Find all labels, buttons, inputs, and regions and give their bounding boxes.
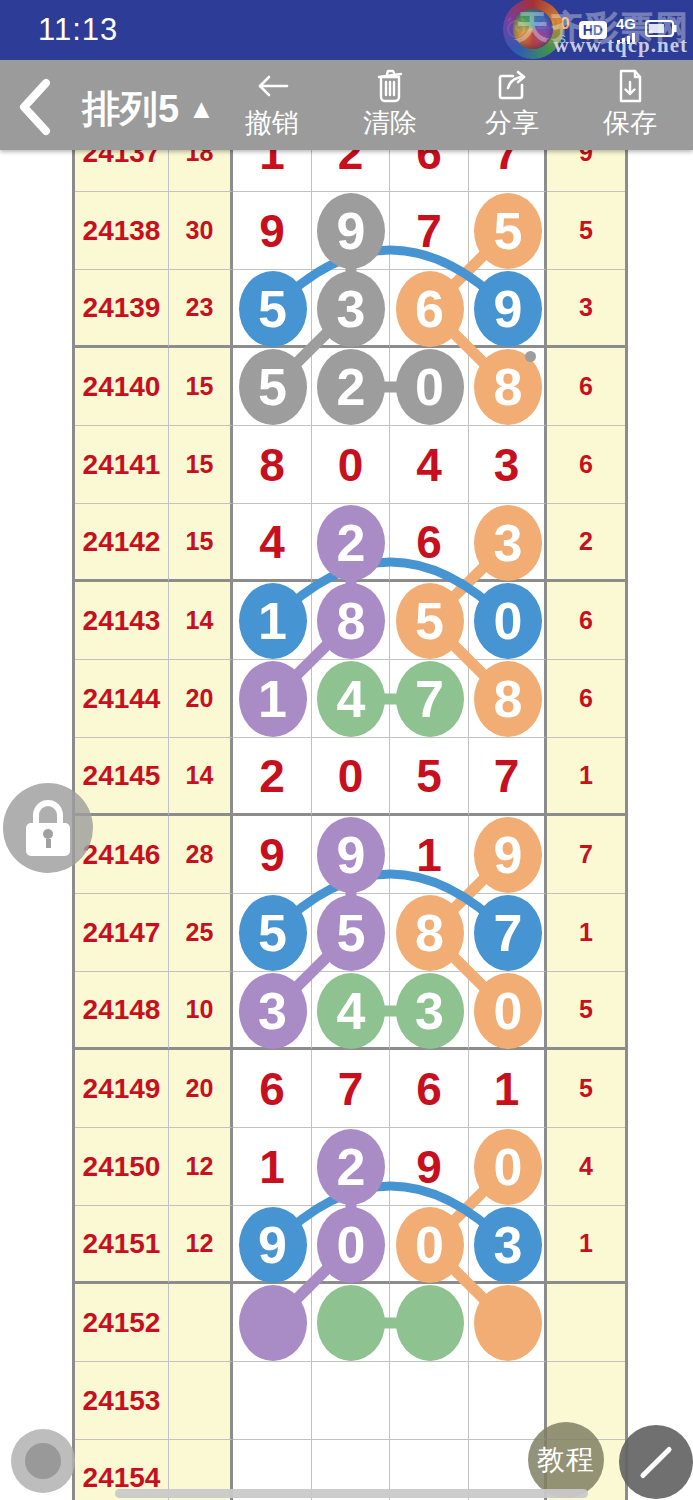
back-button[interactable]: [16, 78, 56, 136]
drawn-circle-purple-24144-1[interactable]: 1: [239, 661, 307, 737]
drawn-circle-orange-24144-4[interactable]: 8: [474, 661, 542, 737]
digit-cell-24145-2[interactable]: 0: [312, 738, 390, 816]
period-24142: 24142: [75, 504, 169, 582]
digit-cell-24141-4[interactable]: 3: [469, 426, 547, 504]
status-bar: 11:13 2.00 KB/S HD 4G 天齐彩票网 www.tqcp.net: [0, 0, 693, 60]
digit-cell-24149-1[interactable]: 6: [233, 1050, 312, 1128]
drawn-circle-purple-24151-2[interactable]: 0: [317, 1207, 385, 1283]
horizontal-scrollbar[interactable]: [115, 1489, 588, 1498]
tail-24148: 5: [547, 972, 625, 1050]
drawn-circle-purple-24148-1[interactable]: 3: [239, 973, 307, 1049]
drawn-circle-orange-24151-3[interactable]: 0: [396, 1207, 464, 1283]
drawn-circle-orange-24150-4[interactable]: 0: [474, 1129, 542, 1205]
digit-cell-24141-3[interactable]: 4: [390, 426, 469, 504]
digit-cell-24138-3[interactable]: 7: [390, 192, 469, 270]
pencil-icon: [639, 1445, 672, 1478]
period-24145: 24145: [75, 738, 169, 816]
drawn-circle-orange-24143-3[interactable]: 5: [396, 583, 464, 659]
drawn-circle-green-24144-2[interactable]: 4: [317, 661, 385, 737]
drawn-circle-gray-24140-1[interactable]: 5: [239, 349, 307, 425]
digit-cell-24138-1[interactable]: 9: [233, 192, 312, 270]
period-24139: 24139: [75, 270, 169, 348]
count-24147: 25: [169, 894, 233, 972]
drawn-circle-purple-24146-2[interactable]: 9: [317, 817, 385, 893]
share-button[interactable]: 分享: [464, 68, 560, 141]
tail-24138: 5: [547, 192, 625, 270]
drawn-circle-gray-24140-2[interactable]: 2: [317, 349, 385, 425]
period-24144: 24144: [75, 660, 169, 738]
count-24144: 20: [169, 660, 233, 738]
drawn-circle-green-24152-3[interactable]: [396, 1285, 464, 1361]
drawn-circle-purple-24150-2[interactable]: 2: [317, 1129, 385, 1205]
digit-cell-24145-1[interactable]: 2: [233, 738, 312, 816]
period-24147: 24147: [75, 894, 169, 972]
screen: { "game": "pailie5-lottery-trend-chart (…: [0, 0, 693, 1500]
drawn-circle-purple-24147-2[interactable]: 5: [317, 895, 385, 971]
lock-icon: [33, 800, 63, 824]
tutorial-button[interactable]: 教程: [528, 1422, 604, 1498]
count-24151: 12: [169, 1206, 233, 1284]
toolbar: 排列5 ▲ 撤销 清除 分享 保存: [0, 60, 693, 150]
tail-24142: 2: [547, 504, 625, 582]
digit-cell-24141-1[interactable]: 8: [233, 426, 312, 504]
digit-cell-24153-2[interactable]: [312, 1362, 390, 1440]
tail-24140: 6: [547, 348, 625, 426]
count-24148: 10: [169, 972, 233, 1050]
digit-cell-24150-1[interactable]: 1: [233, 1128, 312, 1206]
count-24145: 14: [169, 738, 233, 816]
count-24140: 15: [169, 348, 233, 426]
digit-cell-24153-4[interactable]: [469, 1362, 547, 1440]
count-24150: 12: [169, 1128, 233, 1206]
drawn-circle-gray-24139-2[interactable]: 3: [317, 271, 385, 347]
digit-cell-24149-2[interactable]: 7: [312, 1050, 390, 1128]
drawn-circle-blue-24151-4[interactable]: 3: [474, 1207, 542, 1283]
digit-cell-24145-3[interactable]: 5: [390, 738, 469, 816]
period-24141: 24141: [75, 426, 169, 504]
drawn-circle-blue-24147-1[interactable]: 5: [239, 895, 307, 971]
period-24140: 24140: [75, 348, 169, 426]
drawn-circle-green-24144-3[interactable]: 7: [396, 661, 464, 737]
count-24143: 14: [169, 582, 233, 660]
count-24149: 20: [169, 1050, 233, 1128]
count-24152: [169, 1284, 233, 1362]
tail-24152: [547, 1284, 625, 1362]
digit-cell-24145-4[interactable]: 7: [469, 738, 547, 816]
digit-cell-24150-3[interactable]: 9: [390, 1128, 469, 1206]
drawn-circle-gray-24138-2[interactable]: 9: [317, 193, 385, 269]
clear-button[interactable]: 清除: [342, 68, 438, 141]
digit-cell-24142-3[interactable]: 6: [390, 504, 469, 582]
period-24150: 24150: [75, 1128, 169, 1206]
drag-handle-button[interactable]: [11, 1429, 75, 1493]
drawn-circle-orange-24148-4[interactable]: 0: [474, 973, 542, 1049]
drawn-circle-orange-24152-4[interactable]: [474, 1285, 542, 1361]
digit-cell-24153-3[interactable]: [390, 1362, 469, 1440]
drawn-circle-purple-24152-1[interactable]: [239, 1285, 307, 1361]
digit-cell-24141-2[interactable]: 0: [312, 426, 390, 504]
count-24153: [169, 1362, 233, 1440]
count-24138: 30: [169, 192, 233, 270]
drawn-circle-purple-24143-2[interactable]: 8: [317, 583, 385, 659]
tail-24141: 6: [547, 426, 625, 504]
tail-24147: 1: [547, 894, 625, 972]
count-24139: 23: [169, 270, 233, 348]
drag-handle-icon: [25, 1443, 61, 1479]
tail-24143: 6: [547, 582, 625, 660]
drawn-circle-orange-24146-4[interactable]: 9: [474, 817, 542, 893]
count-24146: 28: [169, 816, 233, 894]
drawn-circle-blue-24147-4[interactable]: 7: [474, 895, 542, 971]
drawn-circle-orange-24138-4[interactable]: 5: [474, 193, 542, 269]
digit-cell-24142-1[interactable]: 4: [233, 504, 312, 582]
drawn-circle-blue-24151-1[interactable]: 9: [239, 1207, 307, 1283]
drawn-circle-green-24152-2[interactable]: [317, 1285, 385, 1361]
tail-24139: 3: [547, 270, 625, 348]
count-24142: 15: [169, 504, 233, 582]
clock-time: 11:13: [38, 12, 118, 48]
period-24149: 24149: [75, 1050, 169, 1128]
digit-cell-24146-3[interactable]: 1: [390, 816, 469, 894]
tail-24145: 1: [547, 738, 625, 816]
draw-button[interactable]: [619, 1425, 693, 1499]
drawn-circle-orange-24139-3[interactable]: 6: [396, 271, 464, 347]
drawn-circle-purple-24142-2[interactable]: 2: [317, 505, 385, 581]
drawn-circle-blue-24139-4[interactable]: 9: [474, 271, 542, 347]
drawn-circle-green-24148-3[interactable]: 3: [396, 973, 464, 1049]
drawn-circle-blue-24143-4[interactable]: 0: [474, 583, 542, 659]
save-button[interactable]: 保存: [582, 68, 678, 141]
drawn-circle-blue-24139-1[interactable]: 5: [239, 271, 307, 347]
lock-button[interactable]: [3, 783, 93, 873]
drawn-circle-blue-24143-1[interactable]: 1: [239, 583, 307, 659]
drawn-circle-orange-24142-4[interactable]: 3: [474, 505, 542, 581]
tail-24146: 7: [547, 816, 625, 894]
period-24152: 24152: [75, 1284, 169, 1362]
undo-button[interactable]: 撤销: [224, 68, 320, 141]
back-chevron-icon: [16, 78, 56, 136]
save-icon: [611, 68, 649, 104]
drawn-circle-green-24148-2[interactable]: 4: [317, 973, 385, 1049]
chevron-up-icon[interactable]: ▲: [188, 94, 215, 125]
period-24143: 24143: [75, 582, 169, 660]
drawn-circle-orange-24147-3[interactable]: 8: [396, 895, 464, 971]
tail-24150: 4: [547, 1128, 625, 1206]
tail-24144: 6: [547, 660, 625, 738]
share-icon: [493, 68, 531, 104]
drawn-circle-gray-24140-3[interactable]: 0: [396, 349, 464, 425]
count-24141: 15: [169, 426, 233, 504]
period-24153: 24153: [75, 1362, 169, 1440]
tail-24151: 1: [547, 1206, 625, 1284]
trash-icon: [371, 68, 409, 104]
period-24151: 24151: [75, 1206, 169, 1284]
game-title[interactable]: 排列5: [82, 84, 179, 135]
stray-dot: [525, 351, 536, 362]
digit-cell-24146-1[interactable]: 9: [233, 816, 312, 894]
digit-cell-24149-4[interactable]: 1: [469, 1050, 547, 1128]
undo-arrow-icon: [253, 68, 291, 104]
watermark-site-text: www.tqcp.net: [553, 33, 688, 58]
digit-cell-24153-1[interactable]: [233, 1362, 312, 1440]
tail-24149: 5: [547, 1050, 625, 1128]
digit-cell-24149-3[interactable]: 6: [390, 1050, 469, 1128]
period-24148: 24148: [75, 972, 169, 1050]
period-24138: 24138: [75, 192, 169, 270]
